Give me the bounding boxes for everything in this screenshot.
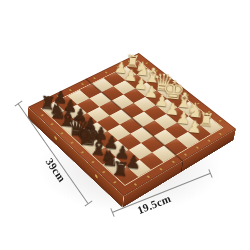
hinge-pin (54, 135, 57, 140)
product-photo: ♜♞♝♛♚♝♞♜♟♟♟♟♟♟♟♟♟♟♟♟♟♟♟♟♜♞♝♛♚♝♞♜ 39cm 19… (0, 0, 250, 250)
brass-pin (159, 168, 163, 171)
brass-pin (93, 77, 96, 79)
black-rook: ♜ (103, 158, 137, 181)
square: ♜ (114, 167, 138, 185)
brass-pin (81, 83, 84, 85)
brass-pin (134, 183, 138, 186)
hinge-pin (95, 173, 98, 178)
fold-seam-edge-notch (181, 160, 184, 172)
brass-pin (219, 133, 222, 135)
brass-pin (207, 139, 210, 141)
brass-pin (196, 146, 199, 148)
brass-pin (184, 153, 187, 156)
brass-pin (172, 161, 176, 164)
brass-pin (113, 181, 117, 184)
white-pawn: ♟ (179, 118, 211, 137)
brass-pin (147, 175, 151, 178)
